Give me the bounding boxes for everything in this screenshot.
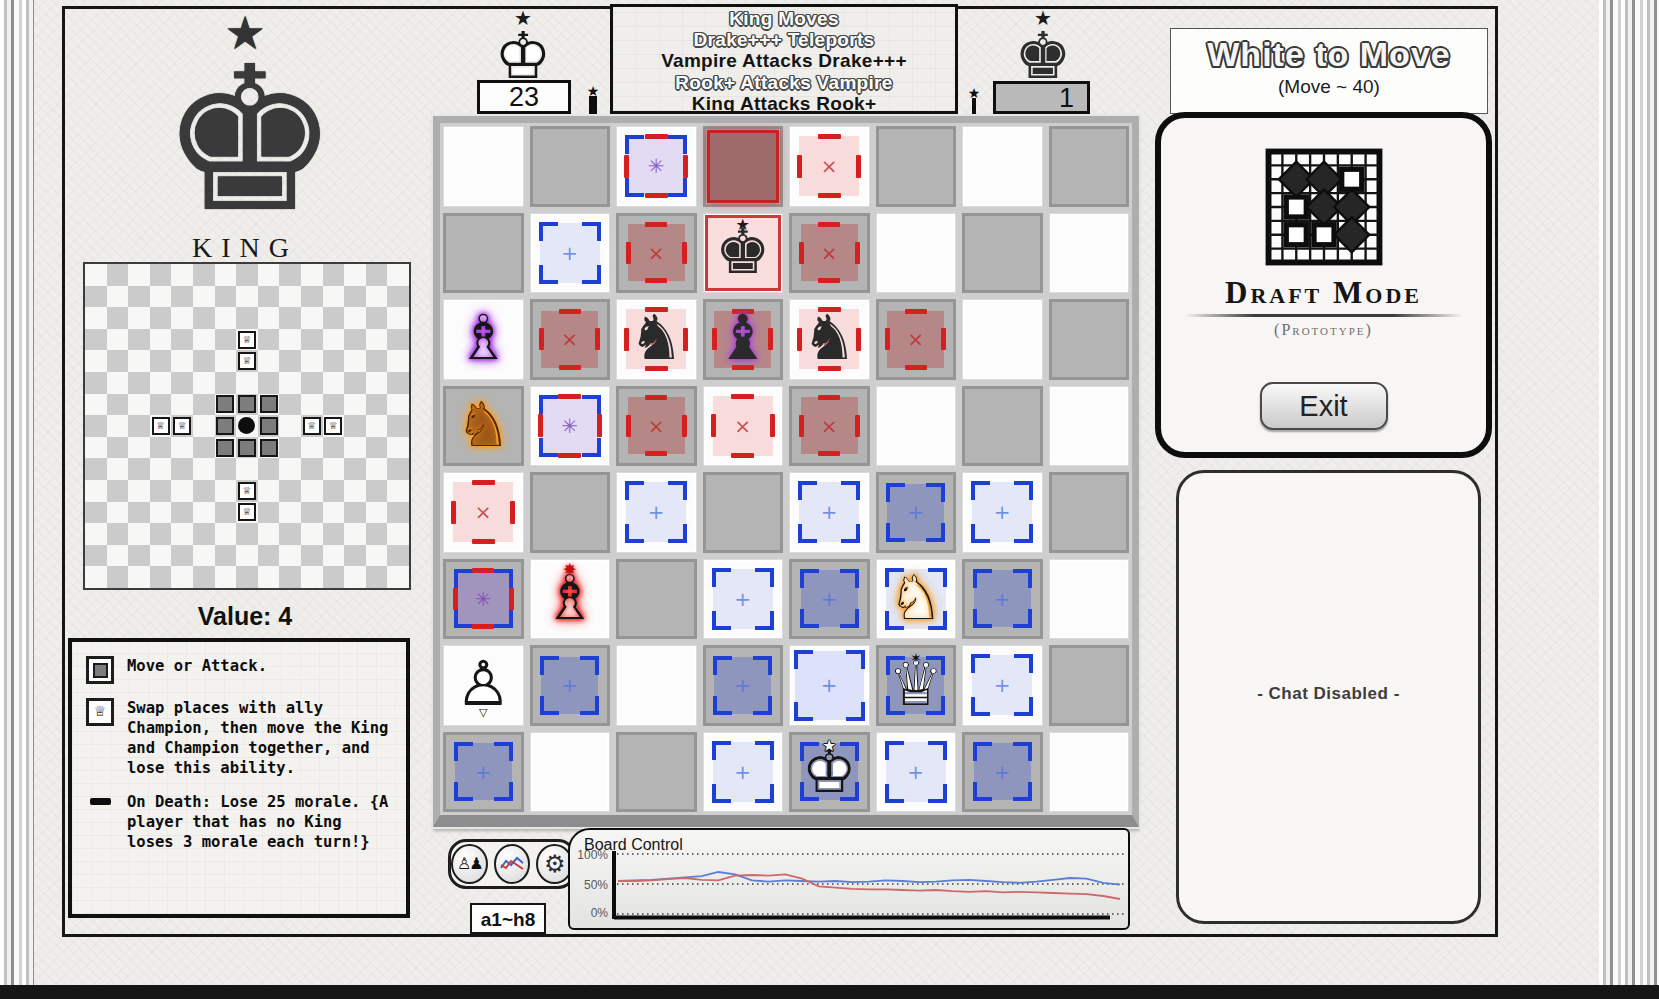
coords-toggle[interactable]: a1~h8 (470, 903, 546, 934)
settings-gear-icon: ⚙ (544, 852, 566, 876)
move-log-entry: King Attacks Rook+ (613, 93, 955, 114)
cell-g6[interactable] (959, 296, 1046, 383)
diagram-move-square (260, 417, 278, 435)
cell-a5[interactable]: ♞♘ (440, 383, 527, 470)
cell-c1[interactable] (613, 729, 700, 816)
chess-board: ✳×+×♚★×♝♗××♞×♝×♞×♞♘✳××××++++✳♝♗✸+++♞♘+♟♙… (433, 116, 1139, 827)
selected-piece-portrait: ★ ♚ (160, 14, 330, 244)
divider (1184, 314, 1464, 317)
diagram-move-square (238, 395, 256, 413)
move-marker: + (799, 482, 859, 542)
star-icon: ★ (792, 736, 867, 755)
cell-c4[interactable]: + (613, 469, 700, 556)
diagram-swap-square: ♕ (303, 417, 321, 435)
board-control-panel: Board Control 100% 50% 0% (568, 828, 1130, 930)
cell-f2[interactable]: +♛♕✶ (873, 642, 960, 729)
graph-button[interactable] (494, 844, 531, 884)
cell-d1[interactable]: + (700, 729, 787, 816)
move-marker: + (974, 743, 1031, 800)
cell-d5[interactable]: × (700, 383, 787, 470)
cell-c7[interactable]: × (613, 210, 700, 297)
diagram-swap-square: ♕ (238, 503, 256, 521)
move-marker: + (974, 570, 1031, 627)
cell-d8[interactable] (700, 123, 787, 210)
white-champion-piece[interactable]: ♞♘ (877, 560, 956, 639)
pieces-icon: ♙♟ (457, 856, 482, 872)
exit-button[interactable]: Exit (1260, 382, 1388, 430)
move-attack-marker: ✳ (540, 396, 600, 456)
draft-mode-panel: Draft Mode (Prototype) Exit (1155, 112, 1492, 458)
sixstar-icon: ✶ (879, 650, 954, 666)
cell-e7[interactable]: × (786, 210, 873, 297)
black-drake-piece[interactable]: ♝ (706, 302, 781, 377)
move-log-entry: Drake+++ Teleports (613, 29, 955, 50)
cell-g5[interactable] (959, 383, 1046, 470)
cell-h4[interactable] (1046, 469, 1133, 556)
diagram-piece-dot (238, 417, 255, 434)
cell-b1[interactable] (527, 729, 614, 816)
swap-crown-icon: ♕ (86, 698, 114, 726)
diagram-move-square (216, 395, 234, 413)
cell-e3[interactable]: + (786, 556, 873, 643)
diagram-swap-square: ♕ (238, 482, 256, 500)
move-marker: + (972, 655, 1032, 715)
diagram-swap-square: ♕ (173, 417, 191, 435)
cell-h2[interactable] (1046, 642, 1133, 729)
attack-marker: × (887, 311, 944, 368)
black-king-score-figure: ★ ♚ (998, 14, 1088, 88)
cell-b8[interactable] (527, 123, 614, 210)
ability-item: ♕Swap places with ally Champion, then mo… (86, 698, 396, 778)
cell-e5[interactable]: × (786, 383, 873, 470)
white-morale-token-icon: ★ (581, 84, 605, 116)
ability-text: Move or Attack. (127, 656, 267, 684)
white-witch-piece[interactable]: ♝♗✸ (531, 560, 610, 639)
cell-a3[interactable]: ✳ (440, 556, 527, 643)
chat-panel: - Chat Disabled - (1176, 470, 1481, 924)
cell-d7[interactable]: ♚★ (700, 210, 787, 297)
cell-h1[interactable] (1046, 729, 1133, 816)
cell-g4[interactable]: + (959, 469, 1046, 556)
right-edge-stripes (1599, 0, 1659, 985)
cell-c3[interactable] (613, 556, 700, 643)
move-log-entry: Rook+ Attacks Vampire (613, 72, 955, 93)
move-marker: + (972, 482, 1032, 542)
move-marker: + (801, 570, 858, 627)
attack-marker: × (541, 311, 598, 368)
attack-marker: × (799, 136, 859, 196)
cell-a1[interactable]: + (440, 729, 527, 816)
move-marker: + (541, 657, 598, 714)
ytick-0: 0% (574, 906, 608, 920)
black-vampire-piece[interactable]: ♞ (617, 300, 696, 379)
diagram-swap-square: ♕ (238, 352, 256, 370)
move-big-marker: + (795, 651, 864, 720)
white-morale-score: 23 (477, 80, 571, 114)
cell-e4[interactable]: + (786, 469, 873, 556)
cell-f8[interactable] (873, 123, 960, 210)
move-marker: + (455, 743, 512, 800)
ability-item: On Death: Lose 25 morale. {A player that… (86, 792, 396, 852)
cell-h7[interactable] (1046, 210, 1133, 297)
cell-a8[interactable] (440, 123, 527, 210)
black-king-piece[interactable]: ♚★ (704, 214, 783, 293)
chat-disabled-message: - Chat Disabled - (1179, 684, 1478, 704)
cell-c2[interactable] (613, 642, 700, 729)
black-morale-token-icon: ★ (962, 86, 986, 118)
draft-mode-logo (1265, 148, 1383, 266)
king-portrait-glyph: ♚ (160, 40, 330, 240)
cell-b4[interactable] (527, 469, 614, 556)
pieces-button[interactable]: ♙♟ (451, 844, 488, 884)
cell-e2[interactable]: + (786, 642, 873, 729)
move-marker: + (887, 484, 944, 541)
white-king-piece[interactable]: ♚♔★ (792, 735, 867, 810)
triangle-icon: ▽ (444, 706, 523, 719)
attack-marker: × (713, 396, 773, 456)
cell-d3[interactable]: + (700, 556, 787, 643)
game-screen: { "game": "Fantasy chess variant (Ourobo… (0, 0, 1659, 999)
death-dash-icon (90, 798, 111, 805)
cell-h3[interactable] (1046, 556, 1133, 643)
cell-a4[interactable]: × (440, 469, 527, 556)
diagram-move-square (260, 439, 278, 457)
cell-d2[interactable]: + (700, 642, 787, 729)
ability-text: On Death: Lose 25 morale. {A player that… (127, 792, 396, 852)
selected-marker (707, 130, 780, 203)
board-control-line-black (618, 874, 1120, 899)
cell-a6[interactable]: ♝♗ (440, 296, 527, 383)
white-drake-piece[interactable]: ♝♗ (444, 300, 523, 379)
move-marker: + (540, 223, 600, 283)
cell-b6[interactable]: × (527, 296, 614, 383)
move-marker: + (626, 482, 686, 542)
cell-h6[interactable] (1046, 296, 1133, 383)
cell-g8[interactable] (959, 123, 1046, 210)
diagram-move-square (238, 439, 256, 457)
cell-a7[interactable] (440, 210, 527, 297)
attack-marker: × (801, 397, 858, 454)
move-marker: + (713, 569, 773, 629)
diagram-move-square (216, 417, 234, 435)
ability-panel: Move or Attack.♕Swap places with ally Ch… (68, 638, 410, 918)
cell-c8[interactable]: ✳ (613, 123, 700, 210)
cell-b5[interactable]: ✳ (527, 383, 614, 470)
attack-marker: × (453, 482, 513, 542)
board-grid: ✳×+×♚★×♝♗××♞×♝×♞×♞♘✳××××++++✳♝♗✸+++♞♘+♟♙… (440, 123, 1132, 815)
orange-dragon-piece[interactable]: ♞♘ (446, 389, 521, 464)
star-icon: ★ (704, 215, 783, 234)
cell-f5[interactable] (873, 383, 960, 470)
move-log: King MovesDrake+++ TeleportsVampire Atta… (610, 4, 958, 114)
move-marker: + (886, 742, 946, 802)
cell-c5[interactable]: × (613, 383, 700, 470)
cell-d4[interactable] (700, 469, 787, 556)
movement-diagram: ♕♕♕♕♕♕♕♕ (83, 262, 411, 590)
cell-e8[interactable]: × (786, 123, 873, 210)
attack-marker: × (628, 397, 685, 454)
cell-h8[interactable] (1046, 123, 1133, 210)
star-icon: ★ (478, 8, 568, 28)
diagram-swap-square: ♕ (238, 331, 256, 349)
move-counter: (Move ~ 40) (1171, 76, 1487, 98)
move-square-icon (86, 656, 114, 684)
cell-e6[interactable]: ×♞ (786, 296, 873, 383)
graph-icon (500, 855, 524, 873)
cell-f1[interactable]: + (873, 729, 960, 816)
white-sorceress-piece[interactable]: ♛♕✶ (879, 648, 954, 723)
white-jester-piece[interactable]: ♟♙▽ (444, 646, 523, 725)
diagram-swap-square: ♕ (152, 417, 170, 435)
turn-title: White to Move (1171, 35, 1487, 73)
cell-g7[interactable] (959, 210, 1046, 297)
piece-name-label: KING (75, 232, 415, 264)
cell-f4[interactable]: + (873, 469, 960, 556)
cell-d6[interactable]: ×♝ (700, 296, 787, 383)
cell-a2[interactable]: ♟♙▽ (440, 642, 527, 729)
cell-g3[interactable]: + (959, 556, 1046, 643)
burst-icon: ✸ (531, 560, 610, 579)
cell-e1[interactable]: +♚♔★ (786, 729, 873, 816)
move-log-entry: Vampire Attacks Drake+++ (613, 50, 955, 71)
diagram-move-square (216, 439, 234, 457)
ability-text: Swap places with ally Champion, then mov… (127, 698, 396, 778)
ytick-100: 100% (574, 848, 608, 862)
attack-marker: × (628, 224, 685, 281)
piece-value-label: Value: 4 (75, 602, 415, 631)
bottom-edge-bar (0, 985, 1659, 999)
star-icon: ★ (160, 10, 330, 56)
cell-h5[interactable] (1046, 383, 1133, 470)
attack-marker: × (801, 224, 858, 281)
cell-f7[interactable] (873, 210, 960, 297)
diagram-swap-square: ♕ (324, 417, 342, 435)
star-icon: ★ (998, 8, 1088, 28)
move-attack-marker: ✳ (626, 136, 686, 196)
cell-b3[interactable]: ♝♗✸ (527, 556, 614, 643)
ability-item: Move or Attack. (86, 656, 396, 684)
move-attack-marker: ✳ (455, 570, 512, 627)
cell-f6[interactable]: × (873, 296, 960, 383)
board-control-chart (612, 846, 1124, 926)
diagram-move-square (260, 395, 278, 413)
cell-b7[interactable]: + (527, 210, 614, 297)
cell-c6[interactable]: ×♞ (613, 296, 700, 383)
move-log-entry: King Moves (613, 8, 955, 29)
black-vampire-piece[interactable]: ♞ (790, 300, 869, 379)
left-edge-stripes (0, 0, 34, 985)
white-king-score-figure: ★ ♚♔ (478, 14, 568, 88)
toolbox: ♙♟ ⚙ (448, 839, 576, 889)
cell-f3[interactable]: +♞♘ (873, 556, 960, 643)
move-marker: + (714, 657, 771, 714)
turn-panel: White to Move (Move ~ 40) (1170, 28, 1488, 114)
move-marker: + (713, 742, 773, 802)
cell-b2[interactable]: + (527, 642, 614, 729)
draft-mode-title: Draft Mode (1161, 276, 1486, 310)
ytick-50: 50% (574, 878, 608, 892)
cell-g1[interactable]: + (959, 729, 1046, 816)
cell-g2[interactable]: + (959, 642, 1046, 729)
draft-mode-subtitle: (Prototype) (1161, 321, 1486, 339)
